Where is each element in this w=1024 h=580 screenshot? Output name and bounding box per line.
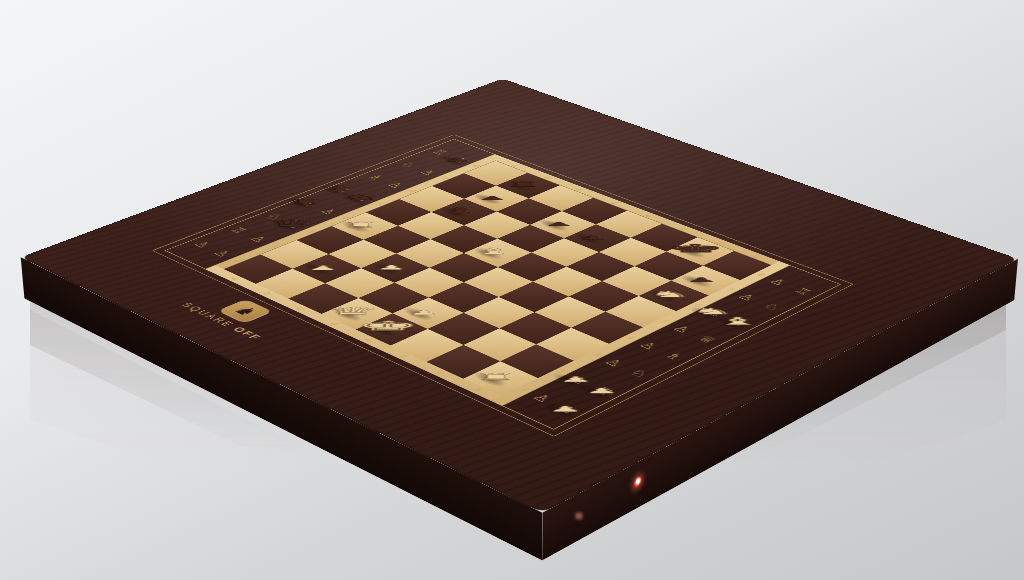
square-f5[interactable] (533, 267, 602, 297)
square-g5[interactable] (569, 281, 639, 312)
rank-label-right-2: 2 (552, 367, 571, 376)
square-c1[interactable] (288, 283, 358, 314)
file-label-near-g: g (431, 368, 450, 377)
square-h3[interactable] (536, 328, 609, 361)
tray-right-engraving-inner-4: ♗ (643, 342, 703, 370)
white-R-glyph: ♜ (341, 221, 380, 228)
tray-right-engraving-outer-3: ♙ (583, 348, 644, 376)
tray-right-engraving-inner-6: ♗ (711, 310, 769, 337)
black-Q-glyph: ♛ (266, 218, 318, 228)
file-label-near-a: a (226, 275, 243, 282)
square-g6[interactable] (602, 266, 671, 296)
rank-label-right-1: 1 (515, 385, 534, 394)
tray-left-engraving-outer-2: ♖ (210, 219, 266, 242)
black-R-glyph: ♜ (505, 181, 542, 188)
tray-right-engraving-inner-3: ♘ (609, 359, 670, 388)
black-N-glyph: ♞ (341, 193, 381, 200)
rank-label-right-5: 5 (656, 317, 674, 325)
white-B-glyph: ♝ (471, 247, 516, 256)
square-e3[interactable] (429, 282, 499, 313)
rank-strip-right (491, 261, 790, 405)
rank-label-right-6: 6 (688, 301, 706, 309)
rank-label-right-7: 7 (721, 286, 738, 294)
square-e1[interactable] (356, 313, 428, 345)
black-P-glyph: ♟ (478, 195, 507, 200)
tray-right-engraving-inner-1: ♙ (536, 394, 599, 424)
tray-right-engraving-inner-7: ♘ (743, 294, 801, 320)
square-f1[interactable] (391, 329, 464, 362)
tray-right-engraving-inner-2: ♖ (573, 376, 635, 406)
tray-right-engraving-outer-2: ♙ (548, 366, 610, 395)
square-f3[interactable] (464, 297, 535, 328)
tray-right-engraving-outer-4: ♙ (618, 332, 678, 360)
led-reflection (575, 512, 583, 520)
tray-right-engraving-outer-1: ♙ (511, 383, 574, 413)
black-P-glyph: ♟ (444, 157, 472, 162)
square-d3[interactable] (394, 268, 463, 298)
square-f4[interactable] (499, 282, 569, 313)
square-d1[interactable] (322, 298, 393, 329)
square-a1[interactable] (224, 255, 293, 284)
black-B-glyph: ♝ (318, 184, 361, 192)
black-P-glyph: ♟ (544, 221, 574, 227)
square-h5[interactable] (605, 296, 676, 327)
square-g2[interactable] (463, 328, 536, 361)
square-c2[interactable] (325, 268, 394, 298)
tray-right-engraving-inner-8: ♖ (775, 279, 832, 304)
knight-icon: ♞ (230, 304, 261, 318)
file-label-near-f: f (395, 352, 413, 360)
square-h2[interactable] (500, 344, 574, 378)
black-B-glyph: ♝ (438, 206, 481, 214)
square-e2[interactable] (393, 298, 464, 329)
file-label-near-d: d (325, 320, 343, 328)
product-photo-stage: ♙♙♖♙♘♙♗♙♕♙♗♙♘♙♖♙ ♙♙♙♖♙♘♙♗♙♕♙♗♙♘♙♖ aabbcc… (0, 0, 1024, 580)
tray-right-engraving-outer-8: ♙ (750, 269, 806, 294)
square-h1[interactable] (463, 361, 538, 396)
tray-right-engraving-outer-5: ♙ (653, 316, 712, 343)
file-label-near-h: h (468, 385, 487, 394)
square-g1[interactable] (427, 345, 501, 379)
square-f2[interactable] (428, 313, 500, 345)
tray-right-engraving-inner-5: ♕ (678, 326, 737, 353)
rank-label-right-3: 3 (587, 350, 605, 358)
square-d2[interactable] (358, 283, 428, 314)
square-g3[interactable] (499, 312, 571, 344)
tray-left-engraving-outer-1: ♙ (174, 233, 231, 256)
power-led[interactable] (634, 475, 642, 489)
rank-label-right-4: 4 (622, 333, 640, 341)
square-e4[interactable] (464, 267, 533, 297)
tray-right-engraving-outer-6: ♙ (686, 300, 744, 326)
rank-label-right-8: 8 (752, 271, 769, 278)
square-h6[interactable] (639, 281, 709, 311)
square-h4[interactable] (571, 312, 643, 344)
black-R-glyph: ♜ (287, 198, 326, 205)
file-label-near-c: c (291, 304, 309, 312)
black-P-glyph: ♟ (578, 235, 608, 241)
file-label-near-e: e (359, 335, 377, 343)
square-g4[interactable] (535, 296, 606, 327)
file-label-near-b: b (258, 289, 275, 297)
black-K-glyph: ♚ (666, 243, 726, 255)
square-h7[interactable] (671, 266, 740, 296)
square-b2[interactable] (293, 254, 362, 283)
square-b1[interactable] (256, 269, 325, 299)
tray-right-engraving-outer-7: ♙ (718, 284, 775, 310)
tray-left-engraving-outer-7: ♘ (382, 154, 434, 174)
